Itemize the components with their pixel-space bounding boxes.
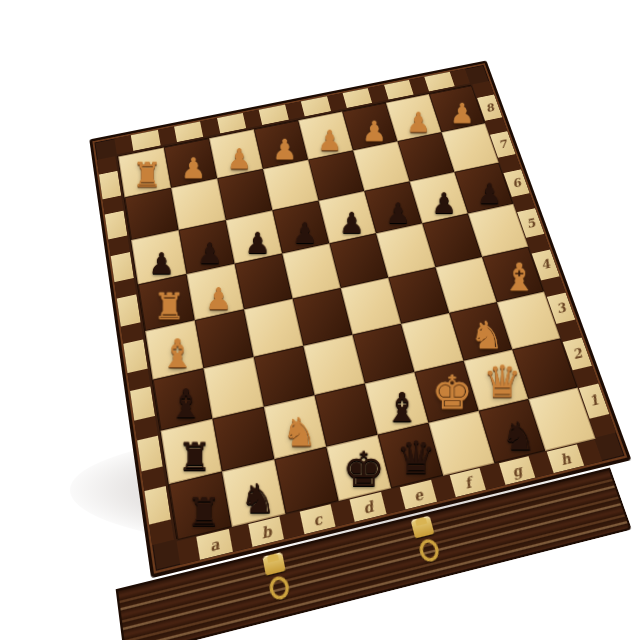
dark-pawn[interactable]: ♟ (328, 209, 376, 238)
square-e5[interactable] (329, 233, 388, 288)
light-bishop[interactable]: ♝ (495, 259, 544, 297)
light-pawn[interactable]: ♟ (216, 145, 262, 173)
dark-queen[interactable]: ♛ (389, 436, 443, 481)
square-b7[interactable] (171, 178, 226, 230)
board-frame: abcdefgh 87654321 ♜♟♟♟♟♟♟♟♟♟♟♟♟♟♟♟♜♟♝♝♝♞… (89, 61, 631, 579)
dark-rook[interactable]: ♜ (177, 493, 232, 533)
dark-pawn[interactable]: ♟ (374, 199, 422, 228)
dark-knight[interactable]: ♞ (231, 479, 286, 519)
dark-pawn[interactable]: ♟ (137, 249, 186, 278)
square-d5[interactable] (282, 243, 340, 298)
dark-pawn[interactable]: ♟ (186, 239, 235, 268)
dark-rook[interactable]: ♜ (168, 438, 222, 477)
dark-pawn[interactable]: ♟ (421, 189, 469, 218)
border-spacer (229, 524, 253, 552)
dark-king[interactable]: ♚ (337, 446, 391, 494)
light-rook[interactable]: ♜ (124, 158, 171, 192)
file-label-d: d (350, 492, 386, 522)
light-rook[interactable]: ♜ (144, 289, 194, 325)
chess-set: abcdefgh 87654321 ♜♟♟♟♟♟♟♟♟♟♟♟♟♟♟♟♜♟♝♝♝♞… (60, 64, 632, 640)
light-queen[interactable]: ♛ (476, 360, 528, 404)
dark-pawn[interactable]: ♟ (281, 219, 329, 248)
brass-clasp-crown (262, 552, 285, 576)
brass-clasp-ring (267, 574, 290, 601)
dark-bishop[interactable]: ♝ (160, 384, 212, 424)
brass-clasp-ring (417, 537, 441, 564)
border-spacer (590, 414, 617, 438)
border-cell (144, 486, 170, 524)
light-pawn[interactable]: ♟ (307, 127, 353, 155)
square-f4[interactable] (388, 267, 449, 324)
dark-pawn[interactable]: ♟ (466, 180, 513, 208)
square-e3[interactable] (352, 324, 414, 384)
dark-pawn[interactable]: ♟ (234, 229, 282, 258)
light-pawn[interactable]: ♟ (194, 284, 244, 314)
light-knight[interactable]: ♞ (273, 413, 326, 452)
light-pawn[interactable]: ♟ (170, 155, 217, 183)
brass-clasp-right (412, 521, 445, 577)
dark-bishop[interactable]: ♝ (376, 388, 428, 428)
light-pawn[interactable]: ♟ (262, 136, 308, 164)
light-pawn[interactable]: ♟ (352, 118, 398, 145)
light-knight[interactable]: ♞ (461, 317, 512, 355)
light-bishop[interactable]: ♝ (152, 334, 203, 373)
brass-clasp-crown (411, 516, 435, 539)
square-c4[interactable] (244, 299, 303, 357)
border-cell (137, 435, 163, 471)
light-pawn[interactable]: ♟ (396, 109, 442, 136)
light-pawn[interactable]: ♟ (440, 100, 485, 127)
light-king[interactable]: ♚ (426, 370, 478, 416)
square-c2[interactable]: ♞ (264, 395, 327, 459)
dark-knight[interactable]: ♞ (492, 417, 545, 456)
border-cell (123, 340, 147, 373)
brass-clasp-left (263, 558, 293, 616)
border-spacer (149, 519, 174, 545)
photo-backdrop: abcdefgh 87654321 ♜♟♟♟♟♟♟♟♟♟♟♟♟♟♟♟♜♟♝♝♝♞… (0, 0, 640, 640)
border-cell (130, 386, 155, 421)
